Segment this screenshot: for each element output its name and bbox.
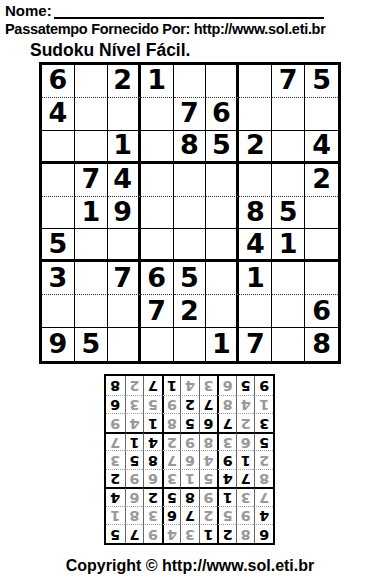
solution-cell-r2c8: 8 [125, 506, 144, 525]
puzzle-cell-r9c1: 9 [42, 328, 75, 361]
solution-cell-r2c3: 5 [217, 506, 236, 525]
solution-cell-r6c3: 3 [217, 432, 236, 451]
solution-cell-r4c5: 1 [180, 469, 199, 488]
solution-cell-r7c2: 2 [236, 413, 255, 432]
solution-cell-r3c5: 8 [180, 487, 199, 506]
solution-cell-r8c7: 5 [143, 395, 162, 414]
solution-cell-r2c1: 4 [254, 506, 273, 525]
solution-cell-r2c5: 7 [180, 506, 199, 525]
puzzle-cell-r4c4 [141, 164, 174, 197]
solution-cell-r7c9: 9 [106, 413, 125, 432]
puzzle-cell-r9c6: 1 [206, 328, 239, 361]
solution-cell-r9c7: 7 [143, 376, 162, 395]
puzzle-cell-r3c2 [75, 131, 108, 164]
solution-cell-r3c1: 7 [254, 487, 273, 506]
puzzle-cell-r5c6 [206, 197, 239, 230]
puzzle-cell-r9c2: 5 [75, 328, 108, 361]
solution-cell-r1c5: 3 [180, 524, 199, 543]
solution-cell-r1c1: 6 [254, 524, 273, 543]
puzzle-cell-r2c8 [272, 98, 305, 131]
puzzle-cell-r9c9: 8 [305, 328, 338, 361]
solution-cell-r4c1: 8 [254, 469, 273, 488]
solution-cell-r8c6: 9 [162, 395, 181, 414]
solution-cell-r8c8: 3 [125, 395, 144, 414]
puzzle-cell-r4c5 [174, 164, 207, 197]
puzzle-cell-r4c9: 2 [305, 164, 338, 197]
puzzle-cell-r7c2 [75, 262, 108, 295]
puzzle-cell-r1c4: 1 [141, 65, 174, 98]
puzzle-cell-r6c8: 1 [272, 229, 305, 262]
solution-cell-r7c1: 3 [254, 413, 273, 432]
solution-cell-r7c4: 6 [199, 413, 218, 432]
solution-cell-r2c4: 2 [199, 506, 218, 525]
puzzle-cell-r3c1 [42, 131, 75, 164]
page-title: Sudoku Nível Fácil. [30, 40, 190, 61]
solution-cell-r6c8: 1 [125, 432, 144, 451]
solution-cell-r6c2: 6 [236, 432, 255, 451]
puzzle-cell-r6c5 [174, 229, 207, 262]
solution-cell-r6c9: 7 [106, 432, 125, 451]
puzzle-cell-r4c6 [206, 164, 239, 197]
puzzle-cell-r5c5 [174, 197, 207, 230]
puzzle-cell-r7c5: 5 [174, 262, 207, 295]
solution-cell-r3c8: 6 [125, 487, 144, 506]
puzzle-cell-r6c6 [206, 229, 239, 262]
solution-cell-r3c2: 3 [236, 487, 255, 506]
puzzle-cell-r2c6: 6 [206, 98, 239, 131]
puzzle-cell-r3c6: 5 [206, 131, 239, 164]
solution-cell-r8c2: 4 [236, 395, 255, 414]
puzzle-cell-r6c3 [108, 229, 141, 262]
puzzle-cell-r1c3: 2 [108, 65, 141, 98]
puzzle-cell-r2c9 [305, 98, 338, 131]
puzzle-cell-r8c2 [75, 295, 108, 328]
solution-cell-r1c3: 2 [217, 524, 236, 543]
puzzle-cell-r1c9: 5 [305, 65, 338, 98]
solution-cell-r3c9: 4 [106, 487, 125, 506]
puzzle-cell-r3c7: 2 [239, 131, 272, 164]
solution-cell-r5c6: 7 [162, 450, 181, 469]
solution-cell-r5c3: 9 [217, 450, 236, 469]
puzzle-cell-r8c6 [206, 295, 239, 328]
puzzle-cell-r5c7: 8 [239, 197, 272, 230]
solution-cell-r9c1: 9 [254, 376, 273, 395]
solution-cell-r7c6: 8 [162, 413, 181, 432]
solution-cell-r8c4: 7 [199, 395, 218, 414]
solution-cell-r5c4: 4 [199, 450, 218, 469]
puzzle-cell-r7c1: 3 [42, 262, 75, 295]
solution-cell-r3c4: 9 [199, 487, 218, 506]
puzzle-cell-r8c5: 2 [174, 295, 207, 328]
provided-by-text: Passatempo Fornecido Por: http://www.sol… [5, 21, 326, 37]
name-label: Nome: [5, 3, 52, 19]
solution-cell-r3c3: 1 [217, 487, 236, 506]
solution-cell-r5c5: 6 [180, 450, 199, 469]
solution-cell-r4c3: 4 [217, 469, 236, 488]
puzzle-cell-r7c6 [206, 262, 239, 295]
puzzle-cell-r8c9: 6 [305, 295, 338, 328]
solution-cell-r9c6: 1 [162, 376, 181, 395]
puzzle-cell-r5c9 [305, 197, 338, 230]
puzzle-cell-r2c5: 7 [174, 98, 207, 131]
solution-cell-r8c9: 6 [106, 395, 125, 414]
puzzle-cell-r2c7 [239, 98, 272, 131]
name-row: Nome: [5, 3, 375, 19]
puzzle-cell-r8c8 [272, 295, 305, 328]
puzzle-cell-r9c5 [174, 328, 207, 361]
puzzle-cell-r2c2 [75, 98, 108, 131]
puzzle-cell-r3c8 [272, 131, 305, 164]
solution-cell-r2c7: 3 [143, 506, 162, 525]
solution-cell-r9c5: 4 [180, 376, 199, 395]
puzzle-cell-r2c4 [141, 98, 174, 131]
puzzle-cell-r8c3 [108, 295, 141, 328]
solution-cell-r1c4: 1 [199, 524, 218, 543]
puzzle-cell-r9c8 [272, 328, 305, 361]
solution-cell-r1c9: 5 [106, 524, 125, 543]
puzzle-cell-r4c7 [239, 164, 272, 197]
puzzle-cell-r9c4 [141, 328, 174, 361]
solution-cell-r6c6: 2 [162, 432, 181, 451]
solution-cell-r7c7: 1 [143, 413, 162, 432]
puzzle-cell-r9c7: 7 [239, 328, 272, 361]
solution-cell-r9c2: 5 [236, 376, 255, 395]
solution-cell-r4c8: 9 [125, 469, 144, 488]
solution-cell-r6c7: 4 [143, 432, 162, 451]
puzzle-grid: 621754761852474219855413765172695178 [39, 62, 341, 364]
puzzle-cell-r7c7: 1 [239, 262, 272, 295]
solution-grid: 6821349754952763817319852648745136922194… [104, 374, 275, 545]
copyright-text: Copyright © http://www.sol.eti.br [0, 557, 380, 575]
puzzle-cell-r7c4: 6 [141, 262, 174, 295]
solution-cell-r1c2: 8 [236, 524, 255, 543]
puzzle-cell-r4c2: 7 [75, 164, 108, 197]
puzzle-cell-r1c6 [206, 65, 239, 98]
puzzle-cell-r7c9 [305, 262, 338, 295]
puzzle-cell-r9c3 [108, 328, 141, 361]
puzzle-cell-r1c2 [75, 65, 108, 98]
solution-cell-r3c7: 2 [143, 487, 162, 506]
puzzle-cell-r6c9 [305, 229, 338, 262]
solution-cell-r2c9: 1 [106, 506, 125, 525]
solution-cell-r6c1: 5 [254, 432, 273, 451]
solution-cell-r8c5: 2 [180, 395, 199, 414]
puzzle-cell-r5c4 [141, 197, 174, 230]
puzzle-cell-r8c4: 7 [141, 295, 174, 328]
solution-cell-r9c4: 3 [199, 376, 218, 395]
puzzle-cell-r7c8 [272, 262, 305, 295]
puzzle-cell-r5c2: 1 [75, 197, 108, 230]
puzzle-cell-r2c3 [108, 98, 141, 131]
puzzle-cell-r7c3: 7 [108, 262, 141, 295]
solution-cell-r1c6: 4 [162, 524, 181, 543]
name-blank-line [54, 4, 324, 19]
puzzle-cell-r8c7 [239, 295, 272, 328]
solution-cell-r7c3: 7 [217, 413, 236, 432]
puzzle-cell-r5c1 [42, 197, 75, 230]
puzzle-cell-r5c3: 9 [108, 197, 141, 230]
puzzle-cell-r4c3: 4 [108, 164, 141, 197]
puzzle-cell-r6c7: 4 [239, 229, 272, 262]
puzzle-cell-r3c5: 8 [174, 131, 207, 164]
puzzle-cell-r1c7 [239, 65, 272, 98]
solution-cell-r5c9: 3 [106, 450, 125, 469]
solution-cell-r4c7: 6 [143, 469, 162, 488]
puzzle-cell-r2c1: 4 [42, 98, 75, 131]
puzzle-cell-r6c1: 5 [42, 229, 75, 262]
puzzle-cell-r3c3: 1 [108, 131, 141, 164]
puzzle-cell-r3c9: 4 [305, 131, 338, 164]
solution-cell-r1c7: 9 [143, 524, 162, 543]
solution-cell-r9c9: 8 [106, 376, 125, 395]
solution-cell-r7c5: 5 [180, 413, 199, 432]
solution-cell-r5c8: 5 [125, 450, 144, 469]
puzzle-cell-r5c8: 5 [272, 197, 305, 230]
puzzle-cell-r4c8 [272, 164, 305, 197]
solution-cell-r5c1: 2 [254, 450, 273, 469]
solution-cell-r4c9: 2 [106, 469, 125, 488]
puzzle-cell-r1c1: 6 [42, 65, 75, 98]
solution-cell-r6c4: 8 [199, 432, 218, 451]
solution-cell-r4c4: 5 [199, 469, 218, 488]
solution-cell-r6c5: 9 [180, 432, 199, 451]
solution-cell-r4c2: 7 [236, 469, 255, 488]
solution-cell-r1c8: 7 [125, 524, 144, 543]
solution-cell-r9c3: 6 [217, 376, 236, 395]
solution-cell-r2c2: 9 [236, 506, 255, 525]
puzzle-cell-r3c4 [141, 131, 174, 164]
puzzle-cell-r6c4 [141, 229, 174, 262]
solution-cell-r2c6: 6 [162, 506, 181, 525]
solution-cell-r9c8: 2 [125, 376, 144, 395]
solution-cell-r4c6: 3 [162, 469, 181, 488]
puzzle-cell-r8c1 [42, 295, 75, 328]
puzzle-cell-r1c5 [174, 65, 207, 98]
puzzle-cell-r6c2 [75, 229, 108, 262]
puzzle-cell-r1c8: 7 [272, 65, 305, 98]
solution-cell-r8c3: 8 [217, 395, 236, 414]
solution-cell-r7c8: 4 [125, 413, 144, 432]
solution-cell-r3c6: 5 [162, 487, 181, 506]
puzzle-cell-r4c1 [42, 164, 75, 197]
solution-cell-r5c7: 8 [143, 450, 162, 469]
solution-cell-r5c2: 1 [236, 450, 255, 469]
solution-cell-r8c1: 1 [254, 395, 273, 414]
